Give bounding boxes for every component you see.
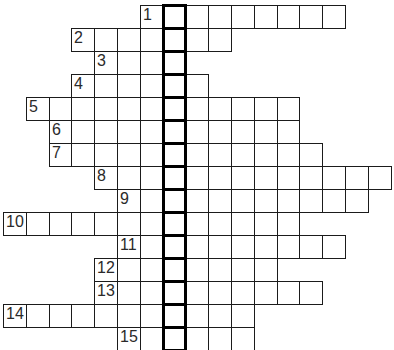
grid-cell[interactable] — [299, 189, 323, 213]
grid-cell[interactable] — [117, 97, 141, 121]
grid-cell[interactable]: 8 — [94, 166, 118, 190]
clue-number: 14 — [6, 305, 24, 323]
grid-cell[interactable] — [71, 143, 95, 167]
grid-cell[interactable] — [94, 120, 118, 144]
grid-cell[interactable] — [140, 28, 164, 52]
grid-cell[interactable] — [94, 28, 118, 52]
grid-cell[interactable] — [299, 5, 323, 29]
grid-cell[interactable] — [117, 281, 141, 305]
grid-cell[interactable] — [185, 189, 209, 213]
clue-number: 10 — [6, 213, 24, 231]
grid-cell[interactable] — [345, 189, 369, 213]
grid-cell[interactable] — [277, 166, 300, 190]
grid-cell[interactable] — [140, 120, 164, 144]
grid-cell[interactable] — [94, 212, 118, 236]
grid-cell[interactable] — [185, 120, 209, 144]
grid-cell[interactable] — [208, 120, 232, 144]
clue-number: 11 — [120, 236, 137, 254]
grid-cell[interactable] — [185, 258, 209, 282]
grid-cell[interactable]: 1 — [140, 5, 164, 29]
grid-cell[interactable]: 7 — [49, 143, 72, 167]
grid-cell[interactable] — [117, 28, 141, 52]
grid-cell[interactable]: 4 — [71, 74, 95, 98]
grid-cell[interactable] — [185, 28, 209, 52]
clue-number: 7 — [52, 144, 61, 162]
grid-cell[interactable] — [208, 5, 232, 29]
grid-cell[interactable] — [117, 51, 141, 75]
solution-cell[interactable] — [162, 326, 187, 350]
clue-number: 1 — [143, 6, 152, 24]
grid-cell[interactable] — [208, 28, 232, 52]
clue-number: 5 — [29, 98, 38, 116]
grid-cell[interactable] — [185, 5, 209, 29]
grid-cell[interactable] — [71, 120, 95, 144]
grid-cell[interactable] — [254, 120, 278, 144]
grid-cell[interactable] — [140, 166, 164, 190]
grid-cell[interactable] — [94, 74, 118, 98]
grid-cell[interactable] — [254, 281, 278, 305]
grid-cell[interactable] — [185, 281, 209, 305]
grid-cell[interactable] — [277, 281, 300, 305]
grid-cell[interactable] — [117, 212, 141, 236]
grid-cell[interactable] — [299, 166, 323, 190]
grid-cell[interactable] — [185, 97, 209, 121]
clue-number: 6 — [52, 121, 61, 139]
grid-cell[interactable] — [322, 189, 346, 213]
grid-cell[interactable] — [140, 258, 164, 282]
grid-cell[interactable]: 3 — [94, 51, 118, 75]
grid-cell[interactable] — [117, 166, 141, 190]
grid-cell[interactable] — [140, 212, 164, 236]
grid-cell[interactable] — [208, 258, 232, 282]
grid-cell[interactable] — [277, 212, 300, 236]
grid-cell[interactable] — [368, 166, 392, 190]
grid-cell[interactable] — [322, 166, 346, 190]
clue-number: 2 — [74, 29, 83, 47]
grid-cell[interactable]: 11 — [117, 235, 141, 259]
grid-cell[interactable] — [231, 281, 255, 305]
grid-cell[interactable] — [185, 143, 209, 167]
grid-cell[interactable] — [254, 189, 278, 213]
clue-number: 9 — [120, 190, 129, 208]
grid-cell[interactable] — [117, 143, 141, 167]
grid-cell[interactable] — [231, 97, 255, 121]
grid-cell[interactable] — [277, 5, 300, 29]
grid-cell[interactable] — [254, 166, 278, 190]
grid-cell[interactable] — [94, 304, 118, 328]
grid-cell[interactable] — [71, 212, 95, 236]
grid-cell[interactable] — [208, 281, 232, 305]
clue-number: 4 — [74, 75, 83, 93]
grid-cell[interactable] — [140, 97, 164, 121]
grid-cell[interactable] — [277, 189, 300, 213]
grid-cell[interactable]: 9 — [117, 189, 141, 213]
grid-cell[interactable] — [231, 5, 255, 29]
grid-cell[interactable] — [299, 281, 323, 305]
grid-cell[interactable] — [231, 189, 255, 213]
clue-number: 12 — [97, 259, 115, 277]
grid-cell[interactable] — [117, 120, 141, 144]
grid-cell[interactable] — [208, 166, 232, 190]
grid-cell[interactable] — [231, 235, 255, 259]
grid-cell[interactable] — [140, 51, 164, 75]
grid-cell[interactable] — [254, 212, 278, 236]
grid-cell[interactable] — [185, 235, 209, 259]
grid-cell[interactable] — [140, 327, 164, 350]
grid-cell[interactable] — [254, 235, 278, 259]
grid-cell[interactable] — [231, 166, 255, 190]
grid-cell[interactable] — [231, 143, 255, 167]
grid-cell[interactable] — [254, 97, 278, 121]
grid-cell[interactable] — [140, 189, 164, 213]
grid-cell[interactable]: 13 — [94, 281, 118, 305]
grid-cell[interactable] — [277, 120, 300, 144]
grid-cell[interactable] — [254, 5, 278, 29]
grid-cell[interactable] — [26, 304, 50, 328]
grid-cell[interactable] — [277, 97, 300, 121]
grid-cell[interactable]: 2 — [71, 28, 95, 52]
crossword-board: 123456789101112131415 — [0, 0, 394, 350]
grid-cell[interactable] — [185, 327, 209, 350]
grid-cell[interactable] — [208, 97, 232, 121]
grid-cell[interactable]: 6 — [49, 120, 72, 144]
grid-cell[interactable] — [140, 304, 164, 328]
grid-cell[interactable] — [185, 304, 209, 328]
grid-cell[interactable] — [208, 235, 232, 259]
grid-cell[interactable] — [49, 97, 72, 121]
grid-cell[interactable] — [117, 304, 141, 328]
grid-cell[interactable] — [231, 258, 255, 282]
grid-cell[interactable] — [322, 235, 346, 259]
grid-cell[interactable]: 12 — [94, 258, 118, 282]
grid-cell[interactable] — [322, 5, 346, 29]
grid-cell[interactable] — [140, 74, 164, 98]
grid-cell[interactable] — [26, 212, 50, 236]
grid-cell[interactable] — [208, 189, 232, 213]
grid-cell[interactable] — [208, 212, 232, 236]
grid-cell[interactable] — [94, 143, 118, 167]
grid-cell[interactable] — [140, 235, 164, 259]
grid-cell[interactable] — [208, 327, 232, 350]
grid-cell[interactable]: 14 — [3, 304, 27, 328]
grid-cell[interactable] — [94, 97, 118, 121]
grid-cell[interactable] — [231, 212, 255, 236]
grid-cell[interactable] — [231, 304, 255, 328]
grid-cell[interactable] — [140, 143, 164, 167]
grid-cell[interactable]: 15 — [117, 327, 141, 350]
grid-cell[interactable] — [231, 120, 255, 144]
clue-number: 3 — [97, 52, 106, 70]
grid-cell[interactable] — [299, 235, 323, 259]
grid-cell[interactable] — [185, 212, 209, 236]
clue-number: 13 — [97, 282, 115, 300]
grid-cell[interactable] — [277, 235, 300, 259]
grid-cell[interactable] — [277, 143, 300, 167]
grid-cell[interactable] — [185, 74, 209, 98]
clue-number: 8 — [97, 167, 106, 185]
grid-cell[interactable] — [71, 304, 95, 328]
grid-cell[interactable] — [208, 143, 232, 167]
grid-cell[interactable] — [299, 143, 323, 167]
grid-cell[interactable] — [49, 304, 72, 328]
grid-cell[interactable]: 5 — [26, 97, 50, 121]
grid-cell[interactable] — [71, 97, 95, 121]
grid-cell[interactable] — [117, 74, 141, 98]
grid-cell[interactable] — [231, 327, 255, 350]
grid-cell[interactable] — [254, 258, 278, 282]
grid-cell[interactable] — [208, 304, 232, 328]
grid-cell[interactable] — [140, 281, 164, 305]
grid-cell[interactable] — [185, 166, 209, 190]
grid-cell[interactable] — [117, 258, 141, 282]
clue-number: 15 — [120, 328, 138, 346]
grid-cell[interactable] — [254, 143, 278, 167]
grid-cell[interactable]: 10 — [3, 212, 27, 236]
grid-cell[interactable] — [345, 166, 369, 190]
grid-cell[interactable] — [49, 212, 72, 236]
